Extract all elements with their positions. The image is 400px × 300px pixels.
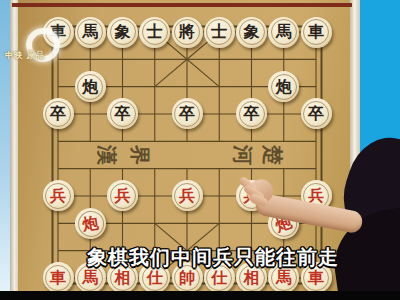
piece-black-advisor[interactable]: 士 xyxy=(204,17,235,48)
piece-glyph: 仕 xyxy=(211,270,227,286)
piece-glyph: 仕 xyxy=(147,270,163,286)
piece-glyph: 車 xyxy=(50,270,66,286)
piece-glyph: 兵 xyxy=(50,188,66,204)
left-background-strip xyxy=(0,0,10,292)
piece-glyph: 帥 xyxy=(179,270,195,286)
piece-glyph: 象 xyxy=(244,24,260,40)
watermark-text: 中映 原品 xyxy=(5,50,44,62)
river-label: 界 xyxy=(128,143,152,167)
piece-glyph: 車 xyxy=(308,270,324,286)
video-frame: 漢界河楚 車馬象士將士象馬車炮炮卒卒卒卒卒兵兵兵兵兵炮炮車馬相仕帥仕相馬車 中映… xyxy=(0,0,400,300)
piece-glyph: 炮 xyxy=(276,79,292,95)
piece-black-soldier[interactable]: 卒 xyxy=(43,98,74,129)
piece-glyph: 士 xyxy=(211,24,227,40)
piece-glyph: 炮 xyxy=(81,214,99,232)
piece-glyph: 兵 xyxy=(179,188,195,204)
piece-glyph: 馬 xyxy=(276,24,292,40)
piece-glyph: 相 xyxy=(115,270,131,286)
piece-glyph: 炮 xyxy=(82,79,98,95)
letterbox-bar xyxy=(0,291,400,300)
piece-glyph: 卒 xyxy=(179,106,195,122)
piece-black-elephant[interactable]: 象 xyxy=(236,17,267,48)
piece-glyph: 卒 xyxy=(308,106,324,122)
piece-red-soldier[interactable]: 兵 xyxy=(172,180,203,211)
piece-black-soldier[interactable]: 卒 xyxy=(301,98,332,129)
piece-black-horse[interactable]: 馬 xyxy=(268,17,299,48)
piece-black-chariot[interactable]: 車 xyxy=(301,17,332,48)
piece-black-cannon[interactable]: 炮 xyxy=(75,71,106,102)
river-label: 楚 xyxy=(261,143,285,167)
video-subtitle: 象棋我们中间兵只能往前走 xyxy=(87,244,339,271)
piece-glyph: 卒 xyxy=(50,106,66,122)
piece-glyph: 卒 xyxy=(244,106,260,122)
piece-glyph: 將 xyxy=(179,24,195,40)
piece-black-horse[interactable]: 馬 xyxy=(75,17,106,48)
piece-red-soldier[interactable]: 兵 xyxy=(43,180,74,211)
piece-glyph: 馬 xyxy=(82,270,98,286)
piece-glyph: 象 xyxy=(115,24,131,40)
piece-black-advisor[interactable]: 士 xyxy=(139,17,170,48)
board-top-edge-line xyxy=(12,3,352,7)
river-label: 漢 xyxy=(95,143,119,167)
piece-glyph: 馬 xyxy=(82,24,98,40)
piece-black-general[interactable]: 將 xyxy=(172,17,203,48)
piece-red-chariot[interactable]: 車 xyxy=(43,262,74,293)
board-frame-left xyxy=(10,0,18,292)
piece-glyph: 相 xyxy=(244,270,260,286)
piece-glyph: 卒 xyxy=(115,106,131,122)
piece-glyph: 車 xyxy=(308,24,324,40)
piece-glyph: 士 xyxy=(147,24,163,40)
piece-black-elephant[interactable]: 象 xyxy=(107,17,138,48)
piece-glyph: 馬 xyxy=(276,270,292,286)
piece-black-soldier[interactable]: 卒 xyxy=(172,98,203,129)
piece-glyph: 兵 xyxy=(115,188,131,204)
river-label: 河 xyxy=(231,143,255,167)
